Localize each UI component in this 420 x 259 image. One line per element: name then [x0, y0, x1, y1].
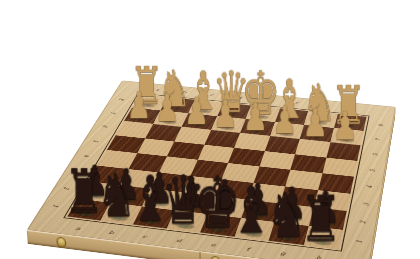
coordinate-label: 5 [80, 137, 112, 145]
coordinate-label: f [229, 243, 266, 254]
piece-dark-rook: ♜ [293, 191, 349, 246]
piece-glyph: ♟ [155, 92, 180, 125]
brass-clasp-icon [56, 237, 66, 248]
coordinate-label: h [300, 252, 337, 259]
square [259, 151, 295, 170]
brass-clasp-icon [210, 256, 220, 259]
board-frame: abcdefgh abcdefgh 87654321 87654321 ♜♞♝♛… [27, 81, 396, 259]
piece-glyph: ♟ [272, 103, 298, 137]
coordinate-label: d [160, 235, 197, 246]
square: ♟ [330, 128, 364, 146]
piece-glyph: ♟ [213, 97, 238, 131]
piece-glyph: ♟ [332, 109, 358, 143]
coordinate-label: 7 [362, 136, 393, 144]
piece-glyph: ♜ [300, 191, 342, 246]
coordinate-label: c [126, 231, 163, 242]
coordinate-label: b [93, 227, 130, 238]
fold-seam [200, 251, 201, 259]
coordinate-label: g [264, 248, 301, 259]
piece-glyph: ♟ [126, 89, 151, 122]
square [290, 154, 326, 173]
coordinate-label: 6 [89, 122, 121, 130]
square: ♜ [303, 226, 342, 250]
coordinate-label: a [60, 223, 97, 234]
photo-canvas: abcdefgh abcdefgh 87654321 87654321 ♜♞♝♛… [0, 0, 420, 259]
piece-glyph: ♟ [242, 100, 267, 134]
scene: abcdefgh abcdefgh 87654321 87654321 ♜♞♝♛… [0, 0, 420, 259]
piece-light-pawn: ♟ [328, 109, 363, 143]
coordinate-label: e [195, 239, 232, 250]
piece-glyph: ♟ [302, 106, 328, 140]
square [137, 138, 175, 156]
piece-glyph: ♟ [184, 95, 209, 128]
chess-board: abcdefgh abcdefgh 87654321 87654321 ♜♞♝♛… [27, 81, 396, 259]
square [322, 157, 357, 176]
